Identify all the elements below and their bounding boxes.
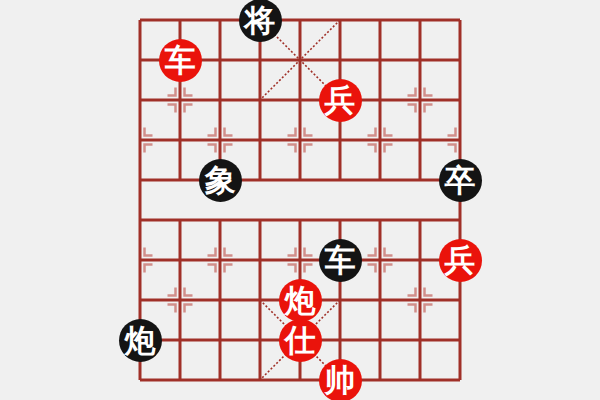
board-point-3-3[interactable] bbox=[240, 120, 280, 160]
board-point-1-1[interactable]: 车 bbox=[160, 40, 200, 80]
piece-red-advisor[interactable]: 仕 bbox=[279, 319, 322, 362]
board-point-7-8[interactable] bbox=[400, 320, 440, 360]
board-point-5-7[interactable] bbox=[320, 280, 360, 320]
board-point-4-9[interactable] bbox=[280, 360, 320, 400]
board-point-7-9[interactable] bbox=[400, 360, 440, 400]
board-point-3-5[interactable] bbox=[240, 200, 280, 240]
board-point-6-3[interactable] bbox=[360, 120, 400, 160]
board-point-4-3[interactable] bbox=[280, 120, 320, 160]
board-point-1-3[interactable] bbox=[160, 120, 200, 160]
piece-red-general[interactable]: 帅 bbox=[319, 359, 362, 400]
xiangqi-app-window: 将车兵象卒车兵炮炮仕帅 bbox=[0, 0, 600, 400]
board-point-3-9[interactable] bbox=[240, 360, 280, 400]
board-point-7-6[interactable] bbox=[400, 240, 440, 280]
board-point-2-5[interactable] bbox=[200, 200, 240, 240]
board-point-8-5[interactable] bbox=[440, 200, 480, 240]
board-point-3-7[interactable] bbox=[240, 280, 280, 320]
board-point-5-0[interactable] bbox=[320, 0, 360, 40]
board-point-6-5[interactable] bbox=[360, 200, 400, 240]
board-point-8-8[interactable] bbox=[440, 320, 480, 360]
board-point-6-2[interactable] bbox=[360, 80, 400, 120]
board-point-0-5[interactable] bbox=[120, 200, 160, 240]
board-point-5-4[interactable] bbox=[320, 160, 360, 200]
board-point-5-3[interactable] bbox=[320, 120, 360, 160]
piece-black-elephant[interactable]: 象 bbox=[199, 159, 242, 202]
board-point-7-1[interactable] bbox=[400, 40, 440, 80]
board-point-8-0[interactable] bbox=[440, 0, 480, 40]
board-point-0-7[interactable] bbox=[120, 280, 160, 320]
board-point-0-1[interactable] bbox=[120, 40, 160, 80]
board-point-6-7[interactable] bbox=[360, 280, 400, 320]
board-point-5-2[interactable]: 兵 bbox=[320, 80, 360, 120]
board-point-3-2[interactable] bbox=[240, 80, 280, 120]
board-point-2-7[interactable] bbox=[200, 280, 240, 320]
board-point-0-9[interactable] bbox=[120, 360, 160, 400]
board-point-3-8[interactable] bbox=[240, 320, 280, 360]
board-point-7-7[interactable] bbox=[400, 280, 440, 320]
board-point-2-9[interactable] bbox=[200, 360, 240, 400]
board-point-2-6[interactable] bbox=[200, 240, 240, 280]
board-point-1-5[interactable] bbox=[160, 200, 200, 240]
board-point-1-0[interactable] bbox=[160, 0, 200, 40]
piece-black-cannon[interactable]: 炮 bbox=[119, 319, 162, 362]
board-point-4-5[interactable] bbox=[280, 200, 320, 240]
board-point-0-6[interactable] bbox=[120, 240, 160, 280]
piece-black-soldier[interactable]: 卒 bbox=[439, 159, 482, 202]
board-point-8-1[interactable] bbox=[440, 40, 480, 80]
board-point-6-9[interactable] bbox=[360, 360, 400, 400]
board-point-4-0[interactable] bbox=[280, 0, 320, 40]
board-point-5-1[interactable] bbox=[320, 40, 360, 80]
board-point-1-2[interactable] bbox=[160, 80, 200, 120]
board-point-4-4[interactable] bbox=[280, 160, 320, 200]
board-point-8-6[interactable]: 兵 bbox=[440, 240, 480, 280]
board-point-7-3[interactable] bbox=[400, 120, 440, 160]
board-point-6-1[interactable] bbox=[360, 40, 400, 80]
board-point-5-8[interactable] bbox=[320, 320, 360, 360]
board-point-7-2[interactable] bbox=[400, 80, 440, 120]
board-point-8-9[interactable] bbox=[440, 360, 480, 400]
board-point-2-4[interactable]: 象 bbox=[200, 160, 240, 200]
board-point-0-4[interactable] bbox=[120, 160, 160, 200]
board-point-4-7[interactable]: 炮 bbox=[280, 280, 320, 320]
board-point-3-0[interactable]: 将 bbox=[240, 0, 280, 40]
board-point-4-8[interactable]: 仕 bbox=[280, 320, 320, 360]
board-point-7-5[interactable] bbox=[400, 200, 440, 240]
board-point-5-6[interactable]: 车 bbox=[320, 240, 360, 280]
board-point-0-2[interactable] bbox=[120, 80, 160, 120]
board-point-4-6[interactable] bbox=[280, 240, 320, 280]
board-point-8-7[interactable] bbox=[440, 280, 480, 320]
board-point-1-6[interactable] bbox=[160, 240, 200, 280]
board-point-3-1[interactable] bbox=[240, 40, 280, 80]
board-point-3-4[interactable] bbox=[240, 160, 280, 200]
piece-black-general[interactable]: 将 bbox=[239, 0, 282, 42]
board-point-0-0[interactable] bbox=[120, 0, 160, 40]
board-point-7-0[interactable] bbox=[400, 0, 440, 40]
board-point-2-3[interactable] bbox=[200, 120, 240, 160]
board-point-0-8[interactable]: 炮 bbox=[120, 320, 160, 360]
board-point-8-2[interactable] bbox=[440, 80, 480, 120]
board-point-3-6[interactable] bbox=[240, 240, 280, 280]
board-point-6-0[interactable] bbox=[360, 0, 400, 40]
board-intersections: 将车兵象卒车兵炮炮仕帅 bbox=[120, 0, 480, 400]
board-point-6-4[interactable] bbox=[360, 160, 400, 200]
piece-red-soldier-2[interactable]: 兵 bbox=[439, 239, 482, 282]
board-point-2-2[interactable] bbox=[200, 80, 240, 120]
board-point-1-8[interactable] bbox=[160, 320, 200, 360]
board-point-2-1[interactable] bbox=[200, 40, 240, 80]
board-point-0-3[interactable] bbox=[120, 120, 160, 160]
board-point-7-4[interactable] bbox=[400, 160, 440, 200]
board-point-1-4[interactable] bbox=[160, 160, 200, 200]
board-point-8-4[interactable]: 卒 bbox=[440, 160, 480, 200]
piece-black-chariot[interactable]: 车 bbox=[319, 239, 362, 282]
piece-red-cannon[interactable]: 炮 bbox=[279, 279, 322, 322]
board-point-5-5[interactable] bbox=[320, 200, 360, 240]
board-point-1-9[interactable] bbox=[160, 360, 200, 400]
board-point-5-9[interactable]: 帅 bbox=[320, 360, 360, 400]
board-point-1-7[interactable] bbox=[160, 280, 200, 320]
piece-red-soldier-1[interactable]: 兵 bbox=[319, 79, 362, 122]
board-point-4-2[interactable] bbox=[280, 80, 320, 120]
board-point-2-8[interactable] bbox=[200, 320, 240, 360]
board-point-2-0[interactable] bbox=[200, 0, 240, 40]
board-point-6-6[interactable] bbox=[360, 240, 400, 280]
board-point-8-3[interactable] bbox=[440, 120, 480, 160]
xiangqi-board: 将车兵象卒车兵炮炮仕帅 bbox=[120, 0, 480, 400]
piece-red-chariot[interactable]: 车 bbox=[159, 39, 202, 82]
board-point-4-1[interactable] bbox=[280, 40, 320, 80]
board-point-6-8[interactable] bbox=[360, 320, 400, 360]
